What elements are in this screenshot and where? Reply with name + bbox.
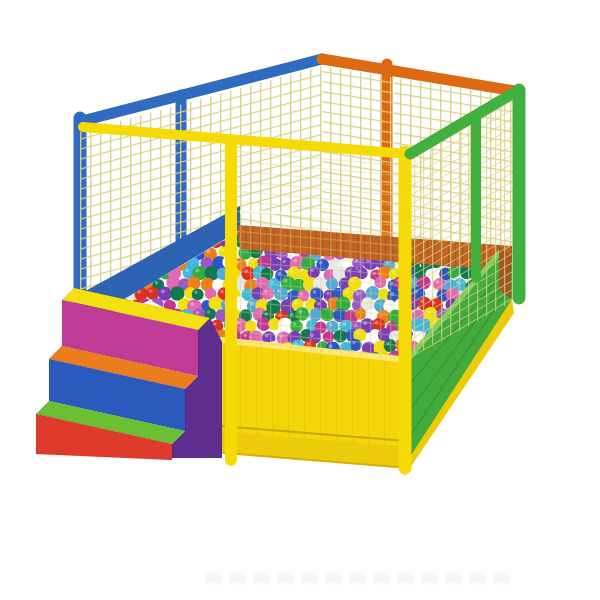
ball-highlight [185, 269, 189, 273]
ball-highlight [220, 290, 224, 294]
faint-watermark-smudge [205, 572, 515, 583]
product-photo-canvas [0, 0, 600, 600]
ball-highlight [207, 250, 211, 254]
ball-highlight [161, 289, 165, 293]
ball-highlight [194, 291, 197, 294]
ball-highlight [149, 289, 153, 293]
net-panel-front [234, 140, 405, 360]
ball-highlight [215, 281, 218, 284]
ball-highlight [155, 281, 158, 284]
ball-highlight [195, 311, 199, 315]
ball [192, 289, 204, 301]
ball-highlight [207, 310, 210, 313]
ball-pool-photo [0, 0, 600, 600]
ball-highlight [195, 269, 199, 273]
ball-highlight [221, 248, 224, 251]
ball-highlight [190, 302, 194, 306]
